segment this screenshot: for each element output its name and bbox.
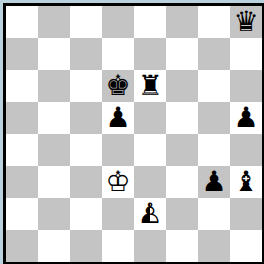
square-c5[interactable] bbox=[70, 102, 102, 134]
square-b2[interactable] bbox=[38, 198, 70, 230]
square-c8[interactable] bbox=[70, 6, 102, 38]
square-e6[interactable]: ♜ bbox=[134, 70, 166, 102]
square-f4[interactable] bbox=[166, 134, 198, 166]
square-b3[interactable] bbox=[38, 166, 70, 198]
square-d7[interactable] bbox=[102, 38, 134, 70]
square-c2[interactable] bbox=[70, 198, 102, 230]
white-king: ♔ bbox=[105, 166, 130, 198]
square-e7[interactable] bbox=[134, 38, 166, 70]
black-pawn: ♟ bbox=[105, 102, 130, 134]
square-h1[interactable] bbox=[230, 230, 262, 262]
neutral-pawn-white-half: ♙ bbox=[134, 198, 166, 230]
black-pawn: ♟ bbox=[233, 102, 258, 134]
square-f8[interactable] bbox=[166, 6, 198, 38]
square-b6[interactable] bbox=[38, 70, 70, 102]
square-a7[interactable] bbox=[6, 38, 38, 70]
screenshot-root: { "game": "chess", "diagram_type": "ches… bbox=[0, 0, 264, 264]
square-g8[interactable] bbox=[198, 6, 230, 38]
square-h5[interactable]: ♟ bbox=[230, 102, 262, 134]
square-e5[interactable] bbox=[134, 102, 166, 134]
square-c1[interactable] bbox=[70, 230, 102, 262]
square-b8[interactable] bbox=[38, 6, 70, 38]
square-h2[interactable] bbox=[230, 198, 262, 230]
square-e4[interactable] bbox=[134, 134, 166, 166]
square-h6[interactable] bbox=[230, 70, 262, 102]
square-e3[interactable] bbox=[134, 166, 166, 198]
square-g7[interactable] bbox=[198, 38, 230, 70]
square-d2[interactable] bbox=[102, 198, 134, 230]
square-g6[interactable] bbox=[198, 70, 230, 102]
square-f1[interactable] bbox=[166, 230, 198, 262]
chessboard-frame: ♛♚♜♟♟♔♟♝♟♙ bbox=[3, 3, 264, 264]
square-c3[interactable] bbox=[70, 166, 102, 198]
square-b4[interactable] bbox=[38, 134, 70, 166]
square-d1[interactable] bbox=[102, 230, 134, 262]
square-a2[interactable] bbox=[6, 198, 38, 230]
square-e2[interactable]: ♟♙ bbox=[134, 198, 166, 230]
square-c6[interactable] bbox=[70, 70, 102, 102]
chessboard: ♛♚♜♟♟♔♟♝♟♙ bbox=[6, 6, 262, 262]
neutral-pawn-black-half: ♟ bbox=[134, 198, 166, 230]
square-g2[interactable] bbox=[198, 198, 230, 230]
square-a6[interactable] bbox=[6, 70, 38, 102]
square-f2[interactable] bbox=[166, 198, 198, 230]
square-e8[interactable] bbox=[134, 6, 166, 38]
square-g3[interactable]: ♟ bbox=[198, 166, 230, 198]
square-g1[interactable] bbox=[198, 230, 230, 262]
square-b5[interactable] bbox=[38, 102, 70, 134]
black-queen: ♛ bbox=[233, 6, 258, 38]
black-pawn: ♟ bbox=[201, 166, 226, 198]
square-d3[interactable]: ♔ bbox=[102, 166, 134, 198]
square-g5[interactable] bbox=[198, 102, 230, 134]
square-b7[interactable] bbox=[38, 38, 70, 70]
square-c7[interactable] bbox=[70, 38, 102, 70]
square-d4[interactable] bbox=[102, 134, 134, 166]
square-f7[interactable] bbox=[166, 38, 198, 70]
square-a3[interactable] bbox=[6, 166, 38, 198]
black-king: ♚ bbox=[105, 70, 130, 102]
square-h4[interactable] bbox=[230, 134, 262, 166]
square-a5[interactable] bbox=[6, 102, 38, 134]
square-f5[interactable] bbox=[166, 102, 198, 134]
square-a1[interactable] bbox=[6, 230, 38, 262]
square-d6[interactable]: ♚ bbox=[102, 70, 134, 102]
black-bishop: ♝ bbox=[233, 166, 258, 198]
square-a8[interactable] bbox=[6, 6, 38, 38]
square-a4[interactable] bbox=[6, 134, 38, 166]
square-b1[interactable] bbox=[38, 230, 70, 262]
square-d5[interactable]: ♟ bbox=[102, 102, 134, 134]
square-h3[interactable]: ♝ bbox=[230, 166, 262, 198]
black-rook: ♜ bbox=[137, 70, 162, 102]
square-c4[interactable] bbox=[70, 134, 102, 166]
square-d8[interactable] bbox=[102, 6, 134, 38]
square-h8[interactable]: ♛ bbox=[230, 6, 262, 38]
square-f3[interactable] bbox=[166, 166, 198, 198]
square-h7[interactable] bbox=[230, 38, 262, 70]
square-g4[interactable] bbox=[198, 134, 230, 166]
square-f6[interactable] bbox=[166, 70, 198, 102]
square-e1[interactable] bbox=[134, 230, 166, 262]
